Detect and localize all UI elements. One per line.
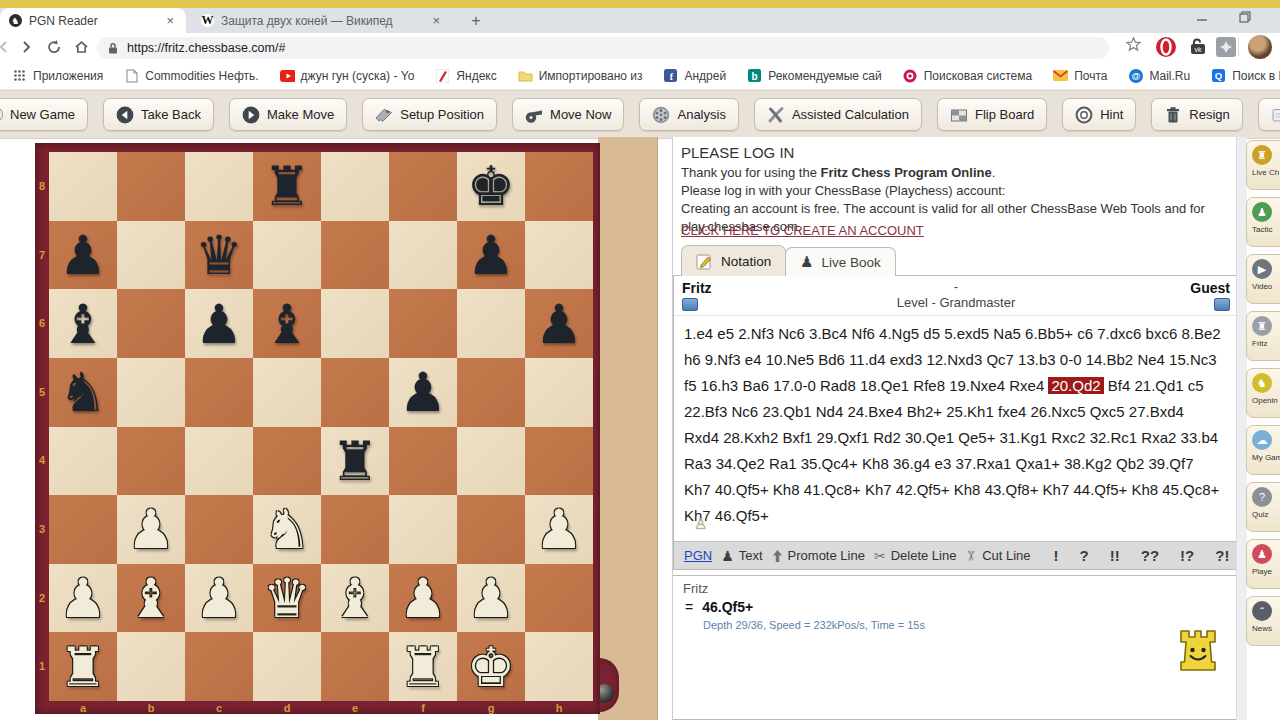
rank-label-5: 5 (35, 386, 49, 398)
tab-title: PGN Reader (29, 14, 156, 28)
square-c2[interactable]: ♟ (185, 564, 253, 633)
delete-line-button[interactable]: ✂Delete Line (874, 548, 957, 564)
openin-icon: ♞ (1252, 373, 1272, 393)
offer-draw-button[interactable]: Offer Draw (1258, 98, 1280, 131)
square-g4[interactable] (457, 427, 525, 496)
assisted-calculation-label: Assisted Calculation (792, 107, 909, 122)
white-pawn[interactable]: ♟ (127, 502, 175, 556)
square-h3[interactable]: ♟ (525, 495, 593, 564)
create-account-link[interactable]: CLICK HERE TO CREATE AN ACCOUNT (681, 223, 924, 238)
level-label: Level - Grandmaster (674, 295, 1238, 310)
side-menu-playe[interactable]: ♟Playe (1246, 539, 1280, 589)
square-e2[interactable]: ♝ (321, 564, 389, 633)
playe-label: Playe (1252, 567, 1272, 576)
side-menu-news[interactable]: “News (1246, 596, 1280, 646)
mailru-icon: @ (1129, 68, 1144, 83)
smiley-rook-icon (1178, 628, 1218, 674)
resign-button[interactable]: Resign (1151, 98, 1242, 131)
square-b1[interactable] (117, 632, 185, 701)
square-g7[interactable]: ♟ (457, 221, 525, 290)
login-line1-bold: Fritz Chess Program Online (820, 165, 991, 180)
black-pawn[interactable]: ♟ (467, 228, 515, 282)
window-icon (1271, 106, 1280, 124)
square-b8[interactable] (117, 152, 185, 221)
annotation-mark-5[interactable]: !? (1180, 547, 1194, 564)
square-e4[interactable]: ♜ (321, 427, 389, 496)
black-bishop[interactable]: ♝ (263, 297, 311, 351)
square-g6[interactable] (457, 289, 525, 358)
white-rook[interactable]: ♜ (59, 640, 107, 694)
svg-text:Q: Q (1215, 70, 1222, 81)
video-label: Video (1252, 282, 1272, 291)
promote-line-button[interactable]: Promote Line (772, 548, 865, 563)
square-g5[interactable] (457, 358, 525, 427)
page-icon (124, 68, 139, 83)
bookmark-label: Рекомендуемые сай (768, 69, 882, 83)
annotation-mark-3[interactable]: !! (1110, 547, 1120, 564)
rank-label-3: 3 (35, 523, 49, 535)
make-move-button[interactable]: Make Move (229, 98, 347, 131)
square-a1[interactable]: ♜ (49, 632, 117, 701)
bookmark-4[interactable]: Яндекс (435, 68, 496, 83)
square-e5[interactable] (321, 358, 389, 427)
move-now-button[interactable]: Move Now (512, 98, 624, 131)
text-label: Text (739, 548, 763, 563)
engine-line: =46.Qf5+ (685, 599, 753, 615)
annotation-marks: !?!!??!??! (1054, 547, 1230, 564)
fritz-icon: ♜ (1252, 316, 1272, 336)
result-separator: - (674, 279, 1238, 294)
pgn-label: PGN (684, 548, 712, 563)
rank-label-4: 4 (35, 454, 49, 466)
annotation-mark-2[interactable]: ? (1080, 547, 1089, 564)
annotation-mark-4[interactable]: ?? (1141, 547, 1159, 564)
home-icon[interactable] (73, 39, 90, 55)
black-rook[interactable]: ♜ (263, 159, 311, 213)
black-pawn[interactable]: ♟ (399, 365, 447, 419)
square-e1[interactable] (321, 632, 389, 701)
hint-label: Hint (1100, 107, 1123, 122)
main-panel: PLEASE LOG IN Thank you for using the Fr… (672, 137, 1238, 720)
bookmark-5[interactable]: Импортировано из (518, 68, 643, 83)
toolbar-divider (1238, 38, 1239, 56)
circleleft-icon (116, 106, 134, 124)
square-f7[interactable] (389, 221, 457, 290)
white-pawn[interactable]: ♟ (59, 571, 107, 625)
bookmark-2[interactable]: Commodities Нефть. (124, 68, 258, 83)
side-menu-my-gam[interactable]: ☁My Gam (1246, 425, 1280, 475)
engine-best-move: 46.Qf5+ (702, 599, 753, 615)
square-b3[interactable]: ♟ (117, 495, 185, 564)
window-restore-button[interactable] (1238, 10, 1252, 24)
textpiece-icon: ♟ (721, 548, 734, 564)
openin-label: Openin (1252, 396, 1278, 405)
file-label-b: b (144, 702, 158, 714)
current-move-highlight[interactable]: 20.Qd2 (1048, 377, 1103, 394)
square-c4[interactable] (185, 427, 253, 496)
youtube-icon (280, 68, 295, 83)
square-f4[interactable] (389, 427, 457, 496)
square-g3[interactable] (457, 495, 525, 564)
newgame-icon (0, 106, 3, 123)
board-backdrop (598, 137, 658, 720)
side-menu-fritz[interactable]: ♜Fritz (1246, 311, 1280, 361)
square-g2[interactable]: ♟ (457, 564, 525, 633)
player-bar: Fritz - Level - Grandmaster Guest (674, 275, 1238, 316)
forward-icon[interactable] (18, 39, 34, 55)
square-h7[interactable] (525, 221, 593, 290)
extension-vk-downloader-icon[interactable]: vk (1188, 38, 1208, 56)
square-d8[interactable]: ♜ (253, 152, 321, 221)
square-a4[interactable] (49, 427, 117, 496)
black-king[interactable]: ♚ (467, 159, 515, 213)
black-player-name: Guest (1190, 280, 1230, 296)
promote-icon (772, 549, 783, 563)
square-b4[interactable] (117, 427, 185, 496)
searchq-icon: Q (1211, 68, 1226, 83)
bing-icon: b (747, 68, 762, 83)
login-line1: Thank you for using the (681, 165, 820, 180)
promote-line-label: Promote Line (788, 548, 865, 563)
flip-board-button[interactable]: Flip Board (937, 98, 1047, 131)
white-bishop[interactable]: ♝ (127, 571, 175, 625)
side-menu-openin[interactable]: ♞Openin (1246, 368, 1280, 418)
square-c6[interactable]: ♟ (185, 289, 253, 358)
square-f8[interactable] (389, 152, 457, 221)
black-pawn[interactable]: ♟ (195, 297, 243, 351)
rank-label-6: 6 (35, 317, 49, 329)
notation-box: Fritz - Level - Grandmaster Guest 1.e4 e… (673, 275, 1239, 570)
black-rook[interactable]: ♜ (331, 434, 379, 488)
side-menu: ♜Live Ch♟Tactic▶Video♜Fritz♞Openin☁My Ga… (1246, 140, 1280, 653)
square-a2[interactable]: ♟ (49, 564, 117, 633)
square-d2[interactable]: ♛ (253, 564, 321, 633)
side-menu-video[interactable]: ▶Video (1246, 254, 1280, 304)
tactic-icon: ♟ (1252, 202, 1272, 222)
assisted-calculation-button[interactable]: Assisted Calculation (754, 98, 922, 131)
bookmark-7[interactable]: bРекомендуемые сай (747, 68, 882, 83)
analysis-label: Analysis (677, 107, 725, 122)
take-back-label: Take Back (141, 107, 201, 122)
browser-theme-strip (0, 0, 1280, 8)
board-grid[interactable]: ♜♚♟♛♟♝♟♝♟♞♟♜♟♞♟♟♝♟♛♝♟♟♜♜♚ (49, 152, 593, 701)
playe-icon: ♟ (1252, 544, 1272, 564)
chess-board[interactable]: ♜♚♟♛♟♝♟♝♟♞♟♜♟♞♟♟♝♟♛♝♟♟♜♜♚ 87654321abcdef… (35, 143, 600, 714)
tab-close-icon[interactable]: × (429, 13, 443, 28)
facebook-icon: f (663, 68, 678, 83)
svg-text:b: b (752, 71, 758, 82)
cut-line-button[interactable]: ✂Cut Line (965, 548, 1030, 564)
square-b5[interactable] (117, 358, 185, 427)
engine-eval: = (685, 599, 693, 615)
bookmark-label: Импортировано из (539, 69, 643, 83)
square-c5[interactable] (185, 358, 253, 427)
bookmark-label: Mail.Ru (1150, 69, 1191, 83)
tab-bar: + ♞PGN Reader×WЗащита двух коней — Викип… (0, 8, 1280, 33)
news-label: News (1252, 624, 1272, 633)
bookmark-8[interactable]: Поисковая система (903, 68, 1032, 83)
rank-label-8: 8 (35, 180, 49, 192)
file-label-g: g (484, 702, 498, 714)
make-move-label: Make Move (267, 107, 334, 122)
my-gam-label: My Gam (1252, 453, 1280, 462)
fritz-toolbar: New GameTake BackMake MoveSetup Position… (0, 90, 1280, 139)
square-h4[interactable] (525, 427, 593, 496)
wikipedia-favicon: W (201, 14, 214, 27)
saw-icon (375, 106, 393, 124)
browser-tab-2[interactable]: WЗащита двух коней — Википед× (192, 8, 452, 33)
profile-avatar[interactable] (1248, 35, 1272, 59)
bookmark-1[interactable]: Приложения (12, 68, 103, 83)
black-engine-chip[interactable] (1214, 298, 1230, 311)
bookmark-label: Андрей (684, 69, 726, 83)
square-c7[interactable]: ♛ (185, 221, 253, 290)
black-pawn[interactable]: ♟ (59, 228, 107, 282)
bookmark-label: Commodities Нефть. (145, 69, 258, 83)
black-knight[interactable]: ♞ (59, 365, 107, 419)
login-line1-suffix: . (992, 165, 996, 180)
square-h8[interactable] (525, 152, 593, 221)
square-a3[interactable] (49, 495, 117, 564)
white-engine-chip[interactable] (682, 298, 698, 311)
hint-button[interactable]: Hint (1062, 98, 1136, 131)
extension-opera-icon[interactable] (1155, 36, 1177, 58)
delete-line-label: Delete Line (891, 548, 957, 563)
white-knight[interactable]: ♞ (263, 502, 311, 556)
bookmark-label: Поисковая система (924, 69, 1032, 83)
bookmark-label: Поиск в Интернете (1232, 69, 1280, 83)
square-e8[interactable] (321, 152, 389, 221)
black-bishop[interactable]: ♝ (59, 297, 107, 351)
searchsys-icon (903, 68, 918, 83)
white-queen[interactable]: ♛ (263, 571, 311, 625)
bookmark-9[interactable]: Почта (1053, 68, 1107, 83)
new-game-button[interactable]: New Game (0, 98, 88, 131)
white-pawn[interactable]: ♟ (467, 571, 515, 625)
window-minimize-button[interactable] (1196, 10, 1208, 24)
file-label-e: e (348, 702, 362, 714)
tab-close-icon[interactable]: × (163, 13, 177, 28)
fritz-label: Fritz (1252, 339, 1268, 348)
extension-generic-icon[interactable] (1216, 37, 1236, 57)
bookmark-star-icon[interactable] (1125, 36, 1142, 53)
scissors-icon: ✂ (874, 548, 886, 564)
new-tab-button[interactable]: + (466, 11, 486, 31)
square-c8[interactable] (185, 152, 253, 221)
engine-name: Fritz (683, 581, 708, 596)
white-king[interactable]: ♚ (467, 640, 515, 694)
annotation-mark-6[interactable]: ?! (1215, 547, 1229, 564)
pliers-icon (767, 106, 785, 124)
square-h1[interactable] (525, 632, 593, 701)
square-c1[interactable] (185, 632, 253, 701)
square-f2[interactable]: ♟ (389, 564, 457, 633)
lock-icon (107, 42, 119, 55)
annotation-mark-1[interactable]: ! (1054, 547, 1059, 564)
quiz-label: Quiz (1252, 510, 1268, 519)
square-a7[interactable]: ♟ (49, 221, 117, 290)
file-label-c: c (212, 702, 226, 714)
square-h2[interactable] (525, 564, 593, 633)
file-label-f: f (416, 702, 430, 714)
white-bishop[interactable]: ♝ (331, 571, 379, 625)
square-d4[interactable] (253, 427, 321, 496)
file-label-d: d (280, 702, 294, 714)
side-menu-quiz[interactable]: ?Quiz (1246, 482, 1280, 532)
flip-board-label: Flip Board (975, 107, 1034, 122)
white-rook[interactable]: ♜ (399, 640, 447, 694)
square-h5[interactable] (525, 358, 593, 427)
rank-label-7: 7 (35, 249, 49, 261)
wheel-icon (652, 106, 670, 124)
square-d5[interactable] (253, 358, 321, 427)
bookmark-label: Яндекс (456, 69, 496, 83)
bookmarks-bar: ПриложенияCommodities Нефть.джун гун (су… (0, 62, 1280, 90)
new-game-label: New Game (10, 107, 75, 122)
square-e6[interactable] (321, 289, 389, 358)
pgn-button[interactable]: PGN (684, 548, 712, 563)
svg-text:vk: vk (1195, 46, 1203, 53)
setup-position-button[interactable]: Setup Position (362, 98, 497, 131)
black-queen[interactable]: ♛ (195, 228, 243, 282)
text-button[interactable]: ♟Text (721, 548, 762, 564)
move-list[interactable]: 1.e4 e5 2.Nf3 Nc6 3.Bc4 Nf6 4.Ng5 d5 5.e… (684, 321, 1222, 529)
browser-tab-1[interactable]: ♞PGN Reader× (0, 8, 186, 33)
file-label-a: a (76, 702, 90, 714)
panel-tabs: Notation ♟ Live Book (673, 243, 1239, 276)
scissorsv-icon: ✂ (965, 548, 977, 564)
bookmark-3[interactable]: джун гун (суска) - Yo (280, 68, 415, 83)
bookmark-10[interactable]: @Mail.Ru (1129, 68, 1191, 83)
square-b7[interactable] (117, 221, 185, 290)
tab-notation[interactable]: Notation (681, 245, 786, 276)
quiz-icon: ? (1252, 487, 1272, 507)
square-g1[interactable]: ♚ (457, 632, 525, 701)
square-b6[interactable] (117, 289, 185, 358)
mini-pawn-icon: ♙ (694, 515, 707, 533)
address-bar[interactable]: https://fritz.chessbase.com/# (97, 37, 1109, 59)
moves-after[interactable]: Bf4 21.Qd1 c5 22.Bf3 Nc6 23.Qb1 Nd4 24.B… (684, 377, 1219, 524)
reload-icon[interactable] (46, 39, 62, 55)
login-heading: PLEASE LOG IN (681, 144, 794, 161)
black-pawn[interactable]: ♟ (535, 297, 583, 351)
tab-live-book[interactable]: ♟ Live Book (785, 247, 896, 276)
livebook-piece-icon: ♟ (800, 253, 813, 271)
my-gam-icon: ☁ (1252, 430, 1272, 450)
rank-label-2: 2 (35, 592, 49, 604)
svg-text:@: @ (1132, 71, 1141, 81)
square-g8[interactable]: ♚ (457, 152, 525, 221)
rank-label-1: 1 (35, 660, 49, 672)
square-c3[interactable] (185, 495, 253, 564)
circleright-icon (242, 106, 260, 124)
square-d1[interactable] (253, 632, 321, 701)
side-menu-tactic[interactable]: ♟Tactic (1246, 197, 1280, 247)
notation-pencil-icon (696, 253, 713, 270)
square-f6[interactable] (389, 289, 457, 358)
square-e7[interactable] (321, 221, 389, 290)
square-a6[interactable]: ♝ (49, 289, 117, 358)
whistle-icon (525, 106, 543, 124)
flipboard-icon (950, 106, 968, 124)
login-line2: Please log in with your ChessBase (Playc… (681, 182, 1238, 200)
news-icon: “ (1252, 601, 1272, 621)
square-b2[interactable]: ♝ (117, 564, 185, 633)
take-back-button[interactable]: Take Back (103, 98, 214, 131)
tab-title: Защита двух коней — Википед (221, 14, 422, 28)
square-d3[interactable]: ♞ (253, 495, 321, 564)
square-f5[interactable]: ♟ (389, 358, 457, 427)
tab-live-book-label: Live Book (821, 255, 880, 270)
mailenv-icon (1053, 68, 1068, 83)
setup-position-label: Setup Position (400, 107, 484, 122)
side-menu-live-ch[interactable]: ♜Live Ch (1246, 140, 1280, 190)
video-icon: ▶ (1252, 259, 1272, 279)
cut-line-label: Cut Line (982, 548, 1030, 563)
bookmark-11[interactable]: QПоиск в Интернете (1211, 68, 1280, 83)
engine-stats: Depth 29/36, Speed = 232kPos/s, Time = 1… (703, 619, 925, 631)
tactic-label: Tactic (1252, 225, 1272, 234)
analysis-button[interactable]: Analysis (639, 98, 738, 131)
folder-icon (518, 68, 533, 83)
square-h6[interactable]: ♟ (525, 289, 593, 358)
square-e3[interactable] (321, 495, 389, 564)
engine-panel: Fritz =46.Qf5+ Depth 29/36, Speed = 232k… (673, 575, 1239, 720)
yandex-icon (435, 68, 450, 83)
resign-label: Resign (1189, 107, 1229, 122)
back-icon[interactable] (0, 39, 12, 55)
live-ch-icon: ♜ (1252, 145, 1272, 165)
lifebuoy-icon (1075, 106, 1093, 124)
bookmark-6[interactable]: fАндрей (663, 68, 726, 83)
bookmark-label: Почта (1074, 69, 1107, 83)
bookmark-label: Приложения (33, 69, 103, 83)
file-label-h: h (552, 702, 566, 714)
square-a8[interactable] (49, 152, 117, 221)
trash-icon (1164, 106, 1182, 124)
bookmark-label: джун гун (суска) - Yo (301, 69, 415, 83)
square-a5[interactable]: ♞ (49, 358, 117, 427)
tab-notation-label: Notation (721, 254, 771, 269)
white-pawn[interactable]: ♟ (399, 571, 447, 625)
notation-toolbar: PGN♟TextPromote Line✂Delete Line✂Cut Lin… (674, 541, 1238, 569)
square-f3[interactable] (389, 495, 457, 564)
square-f1[interactable]: ♜ (389, 632, 457, 701)
square-d7[interactable] (253, 221, 321, 290)
live-ch-label: Live Ch (1252, 168, 1279, 177)
url-text[interactable]: https://fritz.chessbase.com/# (127, 41, 285, 55)
move-now-label: Move Now (550, 107, 611, 122)
pgn-reader-favicon: ♞ (9, 14, 22, 27)
square-d6[interactable]: ♝ (253, 289, 321, 358)
white-pawn[interactable]: ♟ (535, 502, 583, 556)
white-pawn[interactable]: ♟ (195, 571, 243, 625)
apps-icon (12, 68, 27, 83)
